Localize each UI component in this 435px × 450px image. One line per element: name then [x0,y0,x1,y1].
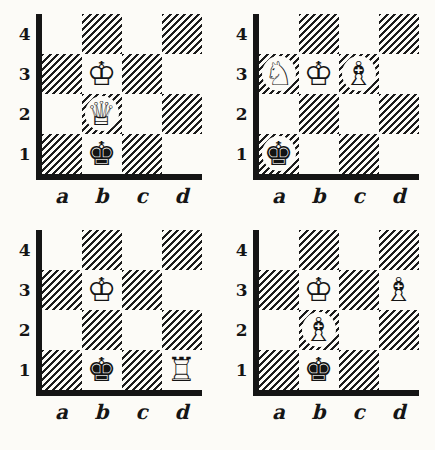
white-queen-b2[interactable]: ♕ [82,94,122,134]
rank-label-3: 3 [19,280,31,300]
square-a1[interactable] [42,350,82,390]
square-b4[interactable] [82,230,122,270]
file-label-a: a [55,184,68,208]
square-c1[interactable] [339,134,379,174]
file-labels: abcd [42,180,202,208]
square-b1[interactable]: ♚ [82,134,122,174]
square-a3[interactable] [259,270,299,310]
square-c4[interactable] [122,14,162,54]
white-bishop-d3[interactable]: ♗ [379,270,419,310]
diagram-page: 4321 ♔♕♚ abcd 4321 ♘♔♗♚ abcd 4321 ♔♚♖ ab… [0,0,435,430]
square-b4[interactable] [82,14,122,54]
rank-label-4: 4 [236,24,248,44]
rank-label-1: 1 [19,144,31,164]
rank-label-2: 2 [19,320,31,340]
square-d2[interactable] [162,94,202,134]
square-b1[interactable]: ♚ [82,350,122,390]
rank-label-2: 2 [19,104,31,124]
square-d1[interactable] [379,134,419,174]
file-labels: abcd [42,396,202,424]
square-d4[interactable] [162,230,202,270]
square-c3[interactable] [339,270,379,310]
white-rook-d1[interactable]: ♖ [162,350,202,390]
file-label-a: a [55,400,68,424]
square-b1[interactable]: ♚ [299,350,339,390]
square-c2[interactable] [122,94,162,134]
rank-label-1: 1 [236,144,248,164]
square-b2[interactable] [299,94,339,134]
square-c3[interactable] [122,270,162,310]
rank-label-3: 3 [236,64,248,84]
chess-board: ♔♗♗♚ [259,230,419,390]
square-c2[interactable] [122,310,162,350]
square-a3[interactable] [42,54,82,94]
diagram-bottom-left: 4321 ♔♚♖ abcd [13,230,202,424]
chess-board: ♘♔♗♚ [259,14,419,174]
square-b2[interactable]: ♕ [82,94,122,134]
square-b3[interactable]: ♔ [299,54,339,94]
rank-label-3: 3 [236,280,248,300]
square-a1[interactable] [42,134,82,174]
square-a3[interactable] [42,270,82,310]
square-c1[interactable] [339,350,379,390]
square-d2[interactable] [379,94,419,134]
square-a4[interactable] [42,14,82,54]
file-label-b: b [312,184,326,208]
square-c3[interactable] [122,54,162,94]
rank-label-4: 4 [236,240,248,260]
file-label-c: c [135,184,147,208]
square-c4[interactable] [339,14,379,54]
square-b2[interactable]: ♗ [299,310,339,350]
square-d1[interactable] [162,134,202,174]
rank-label-1: 1 [19,360,31,380]
square-c3[interactable]: ♗ [339,54,379,94]
white-bishop-c3[interactable]: ♗ [339,54,379,94]
square-c1[interactable] [122,350,162,390]
rank-label-3: 3 [19,64,31,84]
diagram-top-left: 4321 ♔♕♚ abcd [13,14,202,208]
square-a2[interactable] [42,310,82,350]
square-c4[interactable] [339,230,379,270]
board-frame: ♔♕♚ [36,14,202,180]
white-bishop-b2[interactable]: ♗ [299,310,339,350]
square-a4[interactable] [259,230,299,270]
file-label-b: b [312,400,326,424]
square-d2[interactable] [162,310,202,350]
square-b3[interactable]: ♔ [82,270,122,310]
rank-label-2: 2 [236,104,248,124]
file-label-c: c [352,400,364,424]
rank-label-4: 4 [19,24,31,44]
white-king-b3[interactable]: ♔ [82,54,122,94]
square-d4[interactable] [379,230,419,270]
square-b3[interactable]: ♔ [82,54,122,94]
file-labels: abcd [259,396,419,424]
square-c2[interactable] [339,310,379,350]
square-d4[interactable] [379,14,419,54]
black-king-b1[interactable]: ♚ [82,350,122,390]
black-king-a1[interactable]: ♚ [259,134,299,174]
file-label-b: b [95,184,109,208]
rank-labels: 4321 [230,14,253,180]
square-d4[interactable] [162,14,202,54]
chess-board: ♔♕♚ [42,14,202,174]
square-d1[interactable]: ♖ [162,350,202,390]
file-label-d: d [392,184,406,208]
square-b3[interactable]: ♔ [299,270,339,310]
square-d3[interactable] [379,54,419,94]
diagram-bottom-right: 4321 ♔♗♗♚ abcd [230,230,419,424]
square-a4[interactable] [42,230,82,270]
square-d3[interactable]: ♗ [379,270,419,310]
file-label-d: d [392,400,406,424]
rank-labels: 4321 [230,230,253,396]
board-frame: ♘♔♗♚ [253,14,419,180]
file-label-c: c [352,184,364,208]
board-frame: ♔♚♖ [36,230,202,396]
square-b4[interactable] [299,14,339,54]
square-a1[interactable]: ♚ [259,134,299,174]
square-b4[interactable] [299,230,339,270]
rank-labels: 4321 [13,230,36,396]
square-a2[interactable] [42,94,82,134]
chess-board: ♔♚♖ [42,230,202,390]
square-a2[interactable] [259,94,299,134]
file-label-d: d [175,184,189,208]
file-labels: abcd [259,180,419,208]
square-a3[interactable]: ♘ [259,54,299,94]
diagram-top-right: 4321 ♘♔♗♚ abcd [230,14,419,208]
file-label-c: c [135,400,147,424]
square-b2[interactable] [82,310,122,350]
black-king-b1[interactable]: ♚ [82,134,122,174]
white-king-b3[interactable]: ♔ [82,270,122,310]
board-frame: ♔♗♗♚ [253,230,419,396]
square-d3[interactable] [162,270,202,310]
rank-label-1: 1 [236,360,248,380]
square-c1[interactable] [122,134,162,174]
white-knight-a3[interactable]: ♘ [259,54,299,94]
white-king-b3[interactable]: ♔ [299,270,339,310]
rank-label-4: 4 [19,240,31,260]
file-label-b: b [95,400,109,424]
square-a1[interactable] [259,350,299,390]
square-a4[interactable] [259,14,299,54]
white-king-b3[interactable]: ♔ [299,54,339,94]
file-label-a: a [272,400,285,424]
square-d3[interactable] [162,54,202,94]
square-a2[interactable] [259,310,299,350]
square-d2[interactable] [379,310,419,350]
square-c4[interactable] [122,230,162,270]
file-label-d: d [175,400,189,424]
black-king-b1[interactable]: ♚ [299,350,339,390]
square-d1[interactable] [379,350,419,390]
file-label-a: a [272,184,285,208]
rank-labels: 4321 [13,14,36,180]
rank-label-2: 2 [236,320,248,340]
square-c2[interactable] [339,94,379,134]
square-b1[interactable] [299,134,339,174]
